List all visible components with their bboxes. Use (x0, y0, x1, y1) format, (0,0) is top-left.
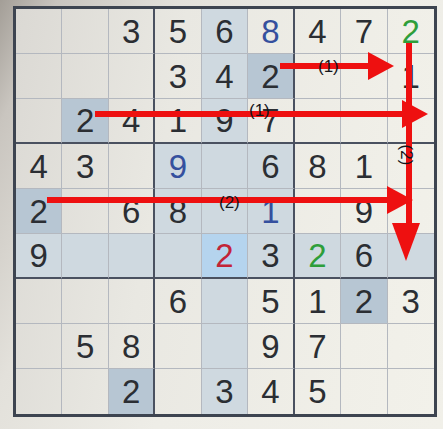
cell-r8c1[interactable] (16, 324, 62, 369)
cell-r4c1[interactable]: 4 (16, 144, 62, 189)
cell-r7c4[interactable]: 6 (155, 279, 201, 324)
cell-r3c5[interactable]: 9 (202, 99, 248, 144)
cell-r1c1[interactable] (16, 9, 62, 54)
cell-r6c1[interactable]: 9 (16, 234, 62, 279)
cell-r6c3[interactable] (109, 234, 155, 279)
cell-r6c6[interactable]: 3 (248, 234, 294, 279)
cell-r9c5[interactable]: 3 (202, 369, 248, 414)
cell-r7c7[interactable]: 1 (295, 279, 341, 324)
cell-r3c2[interactable]: 2 (62, 99, 108, 144)
cell-r9c2[interactable] (62, 369, 108, 414)
cell-r4c6[interactable]: 6 (248, 144, 294, 189)
cell-r5c8[interactable]: 9 (341, 189, 387, 234)
cell-r1c3[interactable]: 3 (109, 9, 155, 54)
cell-r4c8[interactable]: 1 (341, 144, 387, 189)
annotation-arrow-3-line (47, 197, 389, 203)
cell-r7c9[interactable]: 3 (388, 279, 434, 324)
cell-r4c7[interactable]: 8 (295, 144, 341, 189)
cell-r9c7[interactable]: 5 (295, 369, 341, 414)
cell-r4c2[interactable]: 3 (62, 144, 108, 189)
cell-r2c4[interactable]: 3 (155, 54, 201, 99)
cell-r1c7[interactable]: 4 (295, 9, 341, 54)
cell-r2c6[interactable]: 2 (248, 54, 294, 99)
cell-r2c5[interactable]: 4 (202, 54, 248, 99)
cell-r7c5[interactable] (202, 279, 248, 324)
cell-r7c3[interactable] (109, 279, 155, 324)
cell-r3c4[interactable]: 1 (155, 99, 201, 144)
annotation-label-1: (1) (318, 57, 339, 77)
annotation-label-3: (2) (219, 193, 240, 213)
cell-r5c1[interactable]: 2 (16, 189, 62, 234)
cell-r9c4[interactable] (155, 369, 201, 414)
cell-r9c3[interactable]: 2 (109, 369, 155, 414)
cell-r4c4[interactable]: 9 (155, 144, 201, 189)
annotation-arrow-4-line (406, 43, 412, 225)
cell-r2c3[interactable] (109, 54, 155, 99)
cell-r6c7[interactable]: 2 (295, 234, 341, 279)
cell-r8c5[interactable] (202, 324, 248, 369)
cell-r3c3[interactable]: 4 (109, 99, 155, 144)
cell-r8c7[interactable]: 7 (295, 324, 341, 369)
annotation-label-4: (2) (396, 145, 416, 166)
cell-r5c4[interactable]: 8 (155, 189, 201, 234)
cell-r7c8[interactable]: 2 (341, 279, 387, 324)
cell-r6c2[interactable] (62, 234, 108, 279)
cell-r5c7[interactable] (295, 189, 341, 234)
cell-r3c8[interactable] (341, 99, 387, 144)
cell-r1c8[interactable]: 7 (341, 9, 387, 54)
cell-r8c3[interactable]: 8 (109, 324, 155, 369)
cell-r6c5[interactable]: 2 (202, 234, 248, 279)
cell-r5c3[interactable]: 6 (109, 189, 155, 234)
cell-r9c8[interactable] (341, 369, 387, 414)
cell-r6c4[interactable] (155, 234, 201, 279)
cell-r7c6[interactable]: 5 (248, 279, 294, 324)
cell-r3c7[interactable] (295, 99, 341, 144)
sudoku-app-screenshot: 3568472342124197439681268199232665123589… (0, 0, 443, 429)
cell-r9c6[interactable]: 4 (248, 369, 294, 414)
cell-r1c4[interactable]: 5 (155, 9, 201, 54)
cell-r8c9[interactable] (388, 324, 434, 369)
cell-r8c4[interactable] (155, 324, 201, 369)
cell-r2c1[interactable] (16, 54, 62, 99)
cell-r7c1[interactable] (16, 279, 62, 324)
cell-r8c2[interactable]: 5 (62, 324, 108, 369)
cell-r9c9[interactable] (388, 369, 434, 414)
cell-r1c5[interactable]: 6 (202, 9, 248, 54)
cell-r8c6[interactable]: 9 (248, 324, 294, 369)
annotation-label-2: (1) (249, 101, 270, 121)
cell-r3c1[interactable] (16, 99, 62, 144)
cell-r2c2[interactable] (62, 54, 108, 99)
cell-r5c6[interactable]: 1 (248, 189, 294, 234)
cell-r1c6[interactable]: 8 (248, 9, 294, 54)
cell-r8c8[interactable] (341, 324, 387, 369)
cell-r1c2[interactable] (62, 9, 108, 54)
cell-r4c5[interactable] (202, 144, 248, 189)
cell-r5c2[interactable] (62, 189, 108, 234)
cell-r7c2[interactable] (62, 279, 108, 324)
cell-r6c8[interactable]: 6 (341, 234, 387, 279)
annotation-arrow-4-head (392, 223, 420, 261)
cell-r4c3[interactable] (109, 144, 155, 189)
annotation-arrow-1-head (368, 52, 394, 80)
cell-r9c1[interactable] (16, 369, 62, 414)
